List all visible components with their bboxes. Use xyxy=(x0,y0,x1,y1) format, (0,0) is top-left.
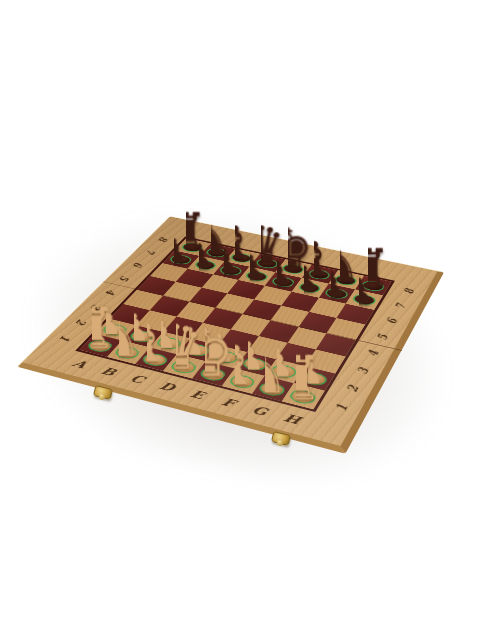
piece-base xyxy=(194,260,217,271)
piece-base xyxy=(87,339,113,352)
piece-base xyxy=(353,294,376,306)
piece-base xyxy=(271,365,297,379)
piece-base xyxy=(102,324,127,337)
piece-base xyxy=(335,275,358,286)
square-h6 xyxy=(337,304,375,325)
piece-base xyxy=(156,337,182,350)
piece-base xyxy=(242,357,268,371)
piece-base xyxy=(230,253,252,263)
piece-base xyxy=(181,242,203,252)
piece-base xyxy=(325,288,348,300)
piece-base xyxy=(289,389,316,404)
piece-base xyxy=(213,350,239,364)
piece-base xyxy=(184,344,210,357)
piece-base xyxy=(308,269,331,280)
piece-base xyxy=(245,271,268,282)
piece-base xyxy=(259,382,286,397)
piece-base xyxy=(362,280,385,291)
piece-base xyxy=(256,258,279,269)
piece-base xyxy=(169,255,192,265)
file-label-h: H xyxy=(272,409,312,429)
piece-base xyxy=(219,265,242,276)
piece-base xyxy=(271,277,294,288)
piece-base xyxy=(282,263,305,274)
piece-base xyxy=(301,372,327,386)
piece-base xyxy=(114,346,140,359)
photo-backdrop: ♜♞♝♛♚♝♞♜♟♟♟♟♟♟♟♟♟♟♟♟♟♟♟♟♜♞♝♛♚♝♞♜ ABCDEFG… xyxy=(0,0,480,640)
piece-base xyxy=(298,282,321,293)
piece-base xyxy=(129,330,155,343)
piece-base xyxy=(199,367,225,381)
piece-base xyxy=(229,374,255,388)
piece-base xyxy=(170,360,196,374)
piece-base xyxy=(205,247,227,257)
piece-base xyxy=(142,353,168,367)
